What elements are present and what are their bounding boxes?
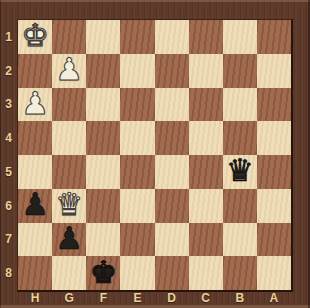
square-g6[interactable]: ♛ (52, 189, 86, 223)
square-a5[interactable] (257, 155, 291, 189)
square-h5[interactable] (18, 155, 52, 189)
square-e4[interactable] (120, 121, 154, 155)
rank-label-8: 8 (0, 256, 17, 290)
square-h4[interactable] (18, 121, 52, 155)
square-b2[interactable] (223, 54, 257, 88)
rank-label-5: 5 (0, 155, 17, 189)
piece-black-pawn[interactable]: ♟ (55, 223, 83, 254)
square-b7[interactable] (223, 223, 257, 257)
rank-label-2: 2 (0, 54, 17, 88)
square-b3[interactable] (223, 88, 257, 122)
piece-black-king[interactable]: ♚ (89, 257, 117, 288)
square-a1[interactable] (257, 20, 291, 54)
square-c1[interactable] (189, 20, 223, 54)
file-label-e: E (120, 291, 154, 305)
piece-white-pawn[interactable]: ♟ (55, 54, 83, 85)
square-e8[interactable] (120, 256, 154, 290)
square-a3[interactable] (257, 88, 291, 122)
square-f6[interactable] (86, 189, 120, 223)
file-label-h: H (18, 291, 52, 305)
square-c8[interactable] (189, 256, 223, 290)
file-labels: HGFEDCBA (18, 291, 291, 305)
square-g2[interactable]: ♟ (52, 54, 86, 88)
square-f5[interactable] (86, 155, 120, 189)
square-f8[interactable]: ♚ (86, 256, 120, 290)
square-c3[interactable] (189, 88, 223, 122)
square-a2[interactable] (257, 54, 291, 88)
file-label-d: D (155, 291, 189, 305)
square-c4[interactable] (189, 121, 223, 155)
square-d4[interactable] (155, 121, 189, 155)
square-h7[interactable] (18, 223, 52, 257)
square-f7[interactable] (86, 223, 120, 257)
rank-label-3: 3 (0, 88, 17, 122)
square-g1[interactable] (52, 20, 86, 54)
piece-black-pawn[interactable]: ♟ (21, 189, 49, 220)
square-e6[interactable] (120, 189, 154, 223)
square-h1[interactable]: ♚ (18, 20, 52, 54)
square-g3[interactable] (52, 88, 86, 122)
square-d5[interactable] (155, 155, 189, 189)
square-e1[interactable] (120, 20, 154, 54)
square-a7[interactable] (257, 223, 291, 257)
frame-top-highlight (0, 0, 310, 2)
rank-label-4: 4 (0, 121, 17, 155)
square-d8[interactable] (155, 256, 189, 290)
square-h8[interactable] (18, 256, 52, 290)
file-label-b: B (223, 291, 257, 305)
square-d6[interactable] (155, 189, 189, 223)
square-b1[interactable] (223, 20, 257, 54)
rank-label-7: 7 (0, 223, 17, 257)
rank-label-6: 6 (0, 189, 17, 223)
square-b4[interactable] (223, 121, 257, 155)
square-h6[interactable]: ♟ (18, 189, 52, 223)
rank-label-1: 1 (0, 20, 17, 54)
square-c2[interactable] (189, 54, 223, 88)
square-g4[interactable] (52, 121, 86, 155)
piece-white-pawn[interactable]: ♟ (21, 88, 49, 119)
square-e7[interactable] (120, 223, 154, 257)
file-label-g: G (52, 291, 86, 305)
square-g7[interactable]: ♟ (52, 223, 86, 257)
square-h2[interactable] (18, 54, 52, 88)
file-label-c: C (189, 291, 223, 305)
frame-right-edge (308, 0, 310, 308)
square-d3[interactable] (155, 88, 189, 122)
square-g8[interactable] (52, 256, 86, 290)
square-d7[interactable] (155, 223, 189, 257)
piece-black-queen[interactable]: ♛ (226, 155, 254, 186)
square-f2[interactable] (86, 54, 120, 88)
square-f3[interactable] (86, 88, 120, 122)
square-f1[interactable] (86, 20, 120, 54)
square-g5[interactable] (52, 155, 86, 189)
chess-diagram: 12345678 ♚♟♟♛♟♛♟♚ HGFEDCBA (0, 0, 310, 308)
square-f4[interactable] (86, 121, 120, 155)
square-e5[interactable] (120, 155, 154, 189)
chess-board: ♚♟♟♛♟♛♟♚ (17, 19, 293, 292)
square-d1[interactable] (155, 20, 189, 54)
square-b8[interactable] (223, 256, 257, 290)
square-h3[interactable]: ♟ (18, 88, 52, 122)
square-e3[interactable] (120, 88, 154, 122)
file-label-a: A (257, 291, 291, 305)
square-c5[interactable] (189, 155, 223, 189)
square-c6[interactable] (189, 189, 223, 223)
piece-white-king[interactable]: ♚ (21, 20, 49, 51)
square-b6[interactable] (223, 189, 257, 223)
square-e2[interactable] (120, 54, 154, 88)
square-a4[interactable] (257, 121, 291, 155)
square-b5[interactable]: ♛ (223, 155, 257, 189)
rank-labels: 12345678 (0, 20, 17, 290)
square-d2[interactable] (155, 54, 189, 88)
piece-white-queen[interactable]: ♛ (55, 189, 83, 220)
square-a6[interactable] (257, 189, 291, 223)
file-label-f: F (86, 291, 120, 305)
square-c7[interactable] (189, 223, 223, 257)
square-a8[interactable] (257, 256, 291, 290)
